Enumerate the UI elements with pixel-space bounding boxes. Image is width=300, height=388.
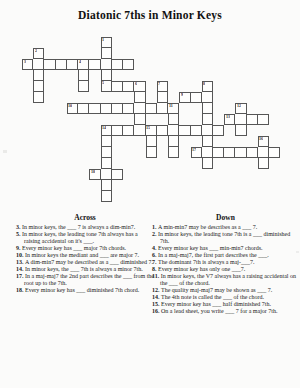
grid-cell[interactable] — [202, 125, 213, 136]
clue-item: 2. In minor keys, the leading tone 7th i… — [152, 231, 299, 245]
grid-cell[interactable]: 14 — [101, 125, 112, 136]
grid-cell[interactable] — [202, 103, 213, 114]
grid-cell[interactable] — [134, 92, 145, 103]
clue-item: 3. In minor keys, the ___ 7 is always a … — [16, 224, 154, 231]
down-clues-section: Down 1. A min-min7 may be describes as a… — [152, 214, 299, 315]
grid-cell[interactable] — [67, 59, 78, 70]
down-clues-list: 1. A min-min7 may be describes as a ___ … — [152, 224, 299, 315]
grid-cell[interactable] — [235, 114, 246, 125]
clue-item: 10. In minor keys the mediant and ___ ar… — [16, 252, 154, 259]
grid-cell[interactable] — [157, 125, 168, 136]
clue-number: 5 — [102, 81, 104, 85]
clue-item: 14. The 4th note is called the ___ of th… — [152, 294, 299, 301]
clue-item: 15. Every minor key has ___ half diminis… — [152, 301, 299, 308]
across-header: Across — [16, 214, 154, 221]
grid-cell[interactable] — [89, 59, 100, 70]
grid-cell[interactable] — [56, 59, 67, 70]
grid-cell[interactable] — [78, 103, 89, 114]
clue-number: 17 — [192, 148, 196, 152]
grid-cell[interactable] — [213, 125, 224, 136]
grid-cell[interactable] — [78, 81, 89, 92]
grid-cell[interactable] — [213, 147, 224, 158]
grid-cell[interactable] — [191, 125, 202, 136]
grid-cell[interactable] — [235, 125, 246, 136]
clue-number: 18 — [91, 170, 95, 174]
grid-cell[interactable]: 17 — [191, 147, 202, 158]
grid-cell[interactable] — [33, 70, 44, 81]
grid-cell[interactable] — [101, 103, 112, 114]
grid-cell[interactable] — [202, 92, 213, 103]
clue-item: 4. Every minor key has ___ min-min7 chor… — [152, 245, 299, 252]
worksheet-page: Diatonic 7ths in Minor Keys 123456789101… — [0, 0, 300, 388]
across-clues-list: 3. In minor keys, the ___ 7 is always a … — [16, 224, 154, 294]
grid-cell[interactable]: 15 — [146, 125, 157, 136]
grid-cell[interactable] — [134, 125, 145, 136]
grid-cell[interactable] — [123, 81, 134, 92]
grid-cell[interactable] — [33, 81, 44, 92]
grid-cell[interactable] — [89, 103, 100, 114]
scan-artifact — [3, 150, 7, 153]
grid-cell[interactable]: 18 — [89, 169, 100, 180]
grid-cell[interactable] — [101, 136, 112, 147]
grid-cell[interactable] — [191, 92, 202, 103]
grid-cell[interactable]: 1 — [101, 37, 112, 48]
grid-cell[interactable]: 11 — [168, 103, 179, 114]
grid-cell[interactable] — [101, 169, 112, 180]
grid-cell[interactable]: 3 — [22, 59, 33, 70]
grid-cell[interactable] — [258, 147, 269, 158]
grid-cell[interactable] — [168, 114, 179, 125]
clue-item: 18. Every minor key has ___ diminished 7… — [16, 287, 154, 294]
grid-cell[interactable] — [258, 114, 269, 125]
grid-cell[interactable] — [101, 147, 112, 158]
clue-number: 3 — [24, 60, 26, 64]
grid-cell[interactable]: 5 — [101, 81, 112, 92]
clue-item: 14. In minor keys, the ___ 7th is always… — [16, 266, 154, 273]
grid-cell[interactable] — [202, 147, 213, 158]
clue-item: 17. In a maj-maj7 the 2nd part describes… — [16, 273, 154, 287]
grid-cell[interactable] — [168, 125, 179, 136]
grid-cell[interactable]: 2 — [33, 48, 44, 59]
clue-number: 12 — [237, 104, 241, 108]
clue-item: 12. The quality maj-maj7 may be shown as… — [152, 287, 299, 294]
clue-number: 11 — [169, 104, 173, 108]
grid-cell[interactable] — [146, 103, 157, 114]
grid-cell[interactable] — [146, 147, 157, 158]
grid-cell[interactable] — [101, 70, 112, 81]
grid-cell[interactable]: 12 — [235, 103, 246, 114]
grid-cell[interactable] — [258, 158, 269, 169]
grid-cell[interactable] — [101, 180, 112, 191]
grid-cell[interactable]: 10 — [67, 103, 78, 114]
grid-cell[interactable] — [168, 147, 179, 158]
clue-number: 4 — [79, 60, 81, 64]
grid-cell[interactable]: 9 — [179, 92, 190, 103]
clue-item: 8. Every minor key has only one ___7. — [152, 266, 299, 273]
clue-item: 11. In minor keys, the V7 always has a r… — [152, 273, 299, 287]
clue-item: 7. The dominant 7th is always a maj-___7… — [152, 259, 299, 266]
grid-cell[interactable] — [247, 114, 258, 125]
grid-cell[interactable]: 13 — [224, 114, 235, 125]
clue-number: 8 — [203, 82, 205, 86]
clue-number: 15 — [146, 126, 150, 130]
grid-cell[interactable] — [269, 147, 280, 158]
clue-number: 9 — [181, 93, 183, 97]
grid-cell[interactable] — [235, 147, 246, 158]
grid-cell[interactable] — [134, 103, 145, 114]
down-header: Down — [152, 214, 299, 221]
grid-cell[interactable] — [112, 59, 123, 70]
grid-cell[interactable] — [179, 125, 190, 136]
grid-cell[interactable] — [44, 59, 55, 70]
grid-cell[interactable]: 7 — [157, 81, 168, 92]
clue-item: 13. A dim-min7 may be described as a ___… — [16, 259, 154, 266]
clue-number: 6 — [135, 82, 137, 86]
across-clues-section: Across 3. In minor keys, the ___ 7 is al… — [16, 214, 154, 294]
clue-number: 10 — [68, 104, 72, 108]
grid-cell[interactable] — [123, 59, 134, 70]
grid-cell[interactable] — [112, 103, 123, 114]
grid-cell[interactable] — [157, 92, 168, 103]
clue-item: 5. In minor keys, the leading tone 7th a… — [16, 231, 154, 245]
grid-cell[interactable] — [134, 114, 145, 125]
grid-cell[interactable] — [33, 59, 44, 70]
grid-cell[interactable]: 4 — [78, 59, 89, 70]
clue-number: 13 — [226, 115, 230, 119]
grid-cell[interactable]: 8 — [202, 81, 213, 92]
grid-cell[interactable] — [123, 125, 134, 136]
grid-cell[interactable] — [112, 169, 123, 180]
grid-cell[interactable] — [224, 147, 235, 158]
grid-cell[interactable] — [168, 136, 179, 147]
grid-cell[interactable] — [78, 70, 89, 81]
grid-cell[interactable] — [112, 81, 123, 92]
clue-item: 1. A min-min7 may be describes as a ___ … — [152, 224, 299, 231]
clue-item: 16. On a lead sheet, you write ___ 7 for… — [152, 308, 299, 315]
grid-cell[interactable] — [123, 103, 134, 114]
grid-cell[interactable] — [101, 191, 112, 202]
clue-number: 16 — [259, 137, 263, 141]
grid-cell[interactable] — [202, 158, 213, 169]
clue-number: 1 — [102, 38, 104, 42]
grid-cell[interactable] — [101, 48, 112, 59]
grid-cell[interactable] — [33, 92, 44, 103]
grid-cell[interactable] — [157, 103, 168, 114]
crossword-grid: 123456789101112131415161718 — [22, 37, 280, 202]
clue-item: 9. Every minor key has ___ major 7th cho… — [16, 245, 154, 252]
clue-number: 2 — [35, 49, 37, 53]
grid-cell[interactable]: 6 — [134, 81, 145, 92]
grid-cell[interactable] — [101, 59, 112, 70]
grid-cell[interactable] — [247, 147, 258, 158]
clue-number: 7 — [158, 82, 160, 86]
scan-artifact — [296, 251, 299, 253]
clue-item: 6. In a maj-maj7, the first part describ… — [152, 252, 299, 259]
grid-cell[interactable] — [101, 158, 112, 169]
puzzle-title: Diatonic 7ths in Minor Keys — [0, 9, 300, 21]
clue-number: 14 — [102, 126, 106, 130]
grid-cell[interactable] — [202, 114, 213, 125]
grid-cell[interactable] — [202, 136, 213, 147]
grid-cell[interactable] — [146, 136, 157, 147]
grid-cell[interactable]: 16 — [258, 136, 269, 147]
grid-cell[interactable] — [112, 125, 123, 136]
